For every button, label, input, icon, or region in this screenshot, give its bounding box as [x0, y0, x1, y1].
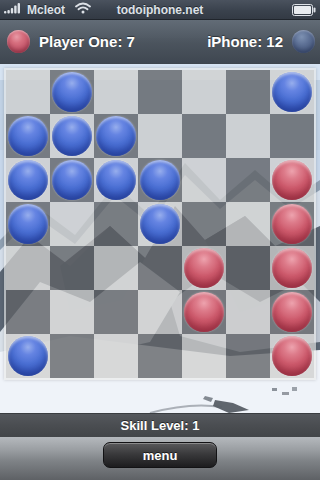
board-cell[interactable]	[226, 114, 270, 158]
blue-piece[interactable]	[8, 336, 48, 376]
iphone-score-group: iPhone: 12	[207, 30, 315, 53]
board-cell[interactable]	[226, 70, 270, 114]
signal-strength-icon	[4, 2, 23, 17]
board-grid	[6, 70, 314, 378]
board-cell[interactable]	[50, 290, 94, 334]
player-one-score-label: Player One: 7	[39, 33, 135, 50]
board-cell[interactable]	[50, 70, 94, 114]
board-cell[interactable]	[94, 246, 138, 290]
board-cell[interactable]	[50, 114, 94, 158]
board-cell[interactable]	[138, 70, 182, 114]
iphone-piece-icon	[292, 30, 315, 53]
board-cell[interactable]	[138, 290, 182, 334]
game-board	[4, 68, 316, 380]
board-cell[interactable]	[226, 202, 270, 246]
player-one-score-group: Player One: 7	[7, 30, 135, 53]
board-cell[interactable]	[182, 70, 226, 114]
board-cell[interactable]	[182, 158, 226, 202]
blue-piece[interactable]	[8, 204, 48, 244]
board-cell[interactable]	[50, 334, 94, 378]
board-cell[interactable]	[226, 334, 270, 378]
skill-level-bar: Skill Level: 1	[0, 413, 320, 437]
blue-piece[interactable]	[8, 160, 48, 200]
red-piece[interactable]	[184, 292, 224, 332]
app-screen: Mcleot todoiphone.net Player One: 7	[0, 0, 320, 480]
menu-button[interactable]: menu	[103, 442, 217, 468]
board-cell[interactable]	[270, 202, 314, 246]
skill-level-label: Skill Level: 1	[121, 418, 200, 433]
board-cell[interactable]	[94, 114, 138, 158]
red-piece[interactable]	[272, 160, 312, 200]
player-one-piece-icon	[7, 30, 30, 53]
board-cell[interactable]	[226, 290, 270, 334]
board-cell[interactable]	[50, 158, 94, 202]
blue-piece[interactable]	[52, 116, 92, 156]
board-cell[interactable]	[138, 334, 182, 378]
board-cell[interactable]	[138, 202, 182, 246]
bottom-toolbar: menu	[0, 437, 320, 480]
blue-piece[interactable]	[140, 160, 180, 200]
board-cell[interactable]	[94, 70, 138, 114]
board-cell[interactable]	[6, 246, 50, 290]
board-cell[interactable]	[226, 246, 270, 290]
board-cell[interactable]	[182, 246, 226, 290]
board-cell[interactable]	[182, 202, 226, 246]
menu-button-label: menu	[143, 448, 178, 463]
blue-piece[interactable]	[272, 72, 312, 112]
board-cell[interactable]	[6, 334, 50, 378]
board-cell[interactable]	[6, 114, 50, 158]
board-cell[interactable]	[94, 158, 138, 202]
status-bar: Mcleot todoiphone.net	[0, 0, 320, 20]
board-cell[interactable]	[270, 246, 314, 290]
wifi-icon	[75, 2, 91, 17]
board-cell[interactable]	[94, 202, 138, 246]
blue-piece[interactable]	[52, 72, 92, 112]
board-cell[interactable]	[6, 202, 50, 246]
board-cell[interactable]	[226, 158, 270, 202]
blue-piece[interactable]	[140, 204, 180, 244]
board-cell[interactable]	[138, 114, 182, 158]
board-cell[interactable]	[270, 114, 314, 158]
battery-icon	[292, 4, 316, 19]
red-piece[interactable]	[272, 336, 312, 376]
blue-piece[interactable]	[52, 160, 92, 200]
iphone-score-label: iPhone: 12	[207, 33, 283, 50]
red-piece[interactable]	[272, 204, 312, 244]
board-cell[interactable]	[270, 70, 314, 114]
board-cell[interactable]	[50, 246, 94, 290]
blue-piece[interactable]	[8, 116, 48, 156]
board-cell[interactable]	[182, 290, 226, 334]
board-cell[interactable]	[50, 202, 94, 246]
board-cell[interactable]	[182, 334, 226, 378]
board-cell[interactable]	[182, 114, 226, 158]
board-cell[interactable]	[138, 158, 182, 202]
board-cell[interactable]	[138, 246, 182, 290]
carrier-label: Mcleot	[27, 3, 65, 17]
board-cell[interactable]	[94, 334, 138, 378]
board-cell[interactable]	[270, 290, 314, 334]
board-cell[interactable]	[6, 70, 50, 114]
red-piece[interactable]	[184, 248, 224, 288]
score-bar: Player One: 7 iPhone: 12	[0, 20, 320, 64]
red-piece[interactable]	[272, 292, 312, 332]
red-piece[interactable]	[272, 248, 312, 288]
blue-piece[interactable]	[96, 116, 136, 156]
board-cell[interactable]	[270, 334, 314, 378]
board-cell[interactable]	[6, 158, 50, 202]
board-cell[interactable]	[6, 290, 50, 334]
blue-piece[interactable]	[96, 160, 136, 200]
board-cell[interactable]	[94, 290, 138, 334]
board-cell[interactable]	[270, 158, 314, 202]
